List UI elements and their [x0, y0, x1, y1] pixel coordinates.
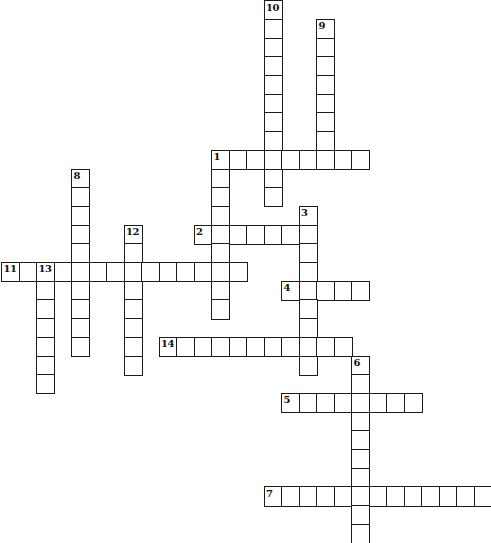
- cell-r26-c23[interactable]: [404, 486, 423, 506]
- cell-r14-c7[interactable]: [124, 262, 143, 282]
- cell-r1-c18[interactable]: [316, 19, 335, 39]
- cell-r4-c15[interactable]: [264, 75, 283, 95]
- cell-r13-c17[interactable]: [299, 243, 318, 263]
- cell-r5-c15[interactable]: [264, 94, 283, 114]
- cell-r20-c2[interactable]: [36, 374, 55, 394]
- cell-r18-c19[interactable]: [334, 337, 353, 357]
- cell-r14-c6[interactable]: [106, 262, 125, 282]
- cell-r25-c20[interactable]: [351, 468, 370, 488]
- cell-r21-c16[interactable]: [281, 393, 300, 413]
- cell-r14-c8[interactable]: [141, 262, 160, 282]
- cell-r15-c4[interactable]: [71, 281, 90, 301]
- cell-r5-c18[interactable]: [316, 94, 335, 114]
- cell-r8-c13[interactable]: [229, 150, 248, 170]
- cell-r26-c22[interactable]: [386, 486, 405, 506]
- cell-r9-c4[interactable]: [71, 169, 90, 189]
- cell-r28-c20[interactable]: [351, 524, 370, 543]
- cell-r20-c20[interactable]: [351, 374, 370, 394]
- cell-r15-c19[interactable]: [334, 281, 353, 301]
- cell-r19-c7[interactable]: [124, 356, 143, 376]
- cell-r14-c13[interactable]: [229, 262, 248, 282]
- cell-r12-c4[interactable]: [71, 225, 90, 245]
- cell-r15-c18[interactable]: [316, 281, 335, 301]
- cell-r15-c2[interactable]: [36, 281, 55, 301]
- cell-r18-c15[interactable]: [264, 337, 283, 357]
- cell-r12-c7[interactable]: [124, 225, 143, 245]
- cell-r9-c15[interactable]: [264, 169, 283, 189]
- cell-r18-c18[interactable]: [316, 337, 335, 357]
- cell-r27-c20[interactable]: [351, 505, 370, 525]
- cell-r12-c17[interactable]: [299, 225, 318, 245]
- cell-r2-c18[interactable]: [316, 38, 335, 58]
- cell-r6-c15[interactable]: [264, 112, 283, 132]
- cell-r13-c4[interactable]: [71, 243, 90, 263]
- cell-r12-c15[interactable]: [264, 225, 283, 245]
- cell-r18-c17[interactable]: [299, 337, 318, 357]
- cell-r16-c17[interactable]: [299, 299, 318, 319]
- cell-r15-c16[interactable]: [281, 281, 300, 301]
- cell-r8-c17[interactable]: [299, 150, 318, 170]
- cell-r12-c13[interactable]: [229, 225, 248, 245]
- cell-r13-c12[interactable]: [211, 243, 230, 263]
- cell-r18-c4[interactable]: [71, 337, 90, 357]
- cell-r21-c21[interactable]: [369, 393, 388, 413]
- cell-r17-c17[interactable]: [299, 318, 318, 338]
- crossword-board: 1091831221113414657: [0, 0, 491, 543]
- cell-r14-c1[interactable]: [19, 262, 38, 282]
- cell-r26-c20[interactable]: [351, 486, 370, 506]
- cell-r26-c27[interactable]: [474, 486, 491, 506]
- cell-r0-c15[interactable]: [264, 0, 283, 20]
- cell-r10-c15[interactable]: [264, 187, 283, 207]
- cell-r14-c5[interactable]: [89, 262, 108, 282]
- cell-r26-c19[interactable]: [334, 486, 353, 506]
- cell-r21-c18[interactable]: [316, 393, 335, 413]
- cell-r11-c4[interactable]: [71, 206, 90, 226]
- cell-r15-c20[interactable]: [351, 281, 370, 301]
- cell-r14-c12[interactable]: [211, 262, 230, 282]
- cell-r26-c16[interactable]: [281, 486, 300, 506]
- cell-r14-c17[interactable]: [299, 262, 318, 282]
- cell-r26-c15[interactable]: [264, 486, 283, 506]
- cell-r8-c18[interactable]: [316, 150, 335, 170]
- cell-r8-c14[interactable]: [246, 150, 265, 170]
- cell-r16-c4[interactable]: [71, 299, 90, 319]
- cell-r14-c2[interactable]: [36, 262, 55, 282]
- cell-r10-c4[interactable]: [71, 187, 90, 207]
- cell-r15-c7[interactable]: [124, 281, 143, 301]
- cell-r8-c12[interactable]: [211, 150, 230, 170]
- cell-r17-c2[interactable]: [36, 318, 55, 338]
- cell-r7-c15[interactable]: [264, 131, 283, 151]
- cell-r10-c12[interactable]: [211, 187, 230, 207]
- cell-r18-c13[interactable]: [229, 337, 248, 357]
- cell-r14-c10[interactable]: [176, 262, 195, 282]
- cell-r22-c20[interactable]: [351, 412, 370, 432]
- cell-r14-c0[interactable]: [1, 262, 20, 282]
- cell-r8-c16[interactable]: [281, 150, 300, 170]
- cell-r14-c11[interactable]: [194, 262, 213, 282]
- cell-r6-c18[interactable]: [316, 112, 335, 132]
- cell-r18-c12[interactable]: [211, 337, 230, 357]
- cell-r8-c19[interactable]: [334, 150, 353, 170]
- cell-r21-c23[interactable]: [404, 393, 423, 413]
- cell-r14-c3[interactable]: [54, 262, 73, 282]
- cell-r21-c17[interactable]: [299, 393, 318, 413]
- cell-r16-c12[interactable]: [211, 299, 230, 319]
- cell-r8-c15[interactable]: [264, 150, 283, 170]
- cell-r26-c17[interactable]: [299, 486, 318, 506]
- cell-r19-c17[interactable]: [299, 356, 318, 376]
- cell-r14-c9[interactable]: [159, 262, 178, 282]
- cell-r17-c7[interactable]: [124, 318, 143, 338]
- cell-r13-c7[interactable]: [124, 243, 143, 263]
- cell-r26-c25[interactable]: [439, 486, 458, 506]
- cell-r26-c24[interactable]: [421, 486, 440, 506]
- cell-r18-c11[interactable]: [194, 337, 213, 357]
- cell-r21-c19[interactable]: [334, 393, 353, 413]
- cell-r3-c18[interactable]: [316, 56, 335, 76]
- cell-r7-c18[interactable]: [316, 131, 335, 151]
- cell-r26-c18[interactable]: [316, 486, 335, 506]
- cell-r14-c4[interactable]: [71, 262, 90, 282]
- cell-r4-c18[interactable]: [316, 75, 335, 95]
- cell-r19-c2[interactable]: [36, 356, 55, 376]
- cell-r16-c2[interactable]: [36, 299, 55, 319]
- cell-r18-c10[interactable]: [176, 337, 195, 357]
- cell-r21-c22[interactable]: [386, 393, 405, 413]
- cell-r12-c12[interactable]: [211, 225, 230, 245]
- cell-r19-c20[interactable]: [351, 356, 370, 376]
- cell-r9-c12[interactable]: [211, 169, 230, 189]
- cell-r18-c16[interactable]: [281, 337, 300, 357]
- cell-r8-c20[interactable]: [351, 150, 370, 170]
- cell-r3-c15[interactable]: [264, 56, 283, 76]
- cell-r1-c15[interactable]: [264, 19, 283, 39]
- cell-r18-c7[interactable]: [124, 337, 143, 357]
- cell-r12-c16[interactable]: [281, 225, 300, 245]
- cell-r21-c20[interactable]: [351, 393, 370, 413]
- cell-r15-c17[interactable]: [299, 281, 318, 301]
- cell-r16-c7[interactable]: [124, 299, 143, 319]
- cell-r23-c20[interactable]: [351, 430, 370, 450]
- cell-r18-c9[interactable]: [159, 337, 178, 357]
- cell-r26-c26[interactable]: [456, 486, 475, 506]
- cell-r12-c14[interactable]: [246, 225, 265, 245]
- cell-r18-c2[interactable]: [36, 337, 55, 357]
- cell-r17-c4[interactable]: [71, 318, 90, 338]
- cell-r12-c11[interactable]: [194, 225, 213, 245]
- cell-r15-c12[interactable]: [211, 281, 230, 301]
- cell-r24-c20[interactable]: [351, 449, 370, 469]
- cell-r11-c12[interactable]: [211, 206, 230, 226]
- cell-r11-c17[interactable]: [299, 206, 318, 226]
- cell-r18-c14[interactable]: [246, 337, 265, 357]
- cell-r26-c21[interactable]: [369, 486, 388, 506]
- cell-r2-c15[interactable]: [264, 38, 283, 58]
